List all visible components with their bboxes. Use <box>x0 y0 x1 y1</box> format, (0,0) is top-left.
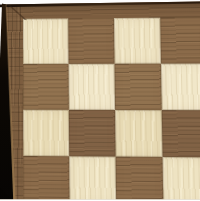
board-square <box>23 18 69 64</box>
board-square <box>160 17 200 63</box>
board-square <box>69 64 116 110</box>
board-square <box>69 156 116 200</box>
photo-bottom-border <box>0 199 200 201</box>
board-square <box>115 64 162 110</box>
board-square <box>163 157 200 200</box>
board-square <box>69 110 116 157</box>
board-square <box>23 156 69 200</box>
board-square <box>162 110 200 157</box>
board-square <box>161 64 200 111</box>
board-photo <box>0 0 200 200</box>
board-square <box>116 157 164 200</box>
board-square <box>68 18 114 64</box>
board-square <box>115 110 162 157</box>
chessboard <box>4 0 200 200</box>
board-square <box>114 18 161 64</box>
board-square <box>23 64 69 110</box>
board-square <box>23 110 69 157</box>
board-squares <box>23 17 200 200</box>
